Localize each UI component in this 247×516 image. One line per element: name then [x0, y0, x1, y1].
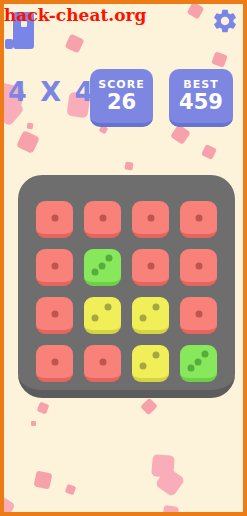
die-r3c3-yellow-2[interactable]: [132, 297, 169, 334]
die-pip: [147, 263, 154, 270]
die-r4c2-red-1[interactable]: [84, 345, 121, 382]
score-value: 26: [107, 91, 136, 114]
score-panel: SCORE 26: [90, 69, 153, 127]
confetti-square: [0, 494, 16, 516]
confetti-square: [27, 123, 34, 130]
confetti-square: [211, 51, 228, 68]
die-pip: [152, 303, 159, 310]
die-pip: [140, 363, 147, 370]
die-pip: [105, 255, 112, 262]
game-board[interactable]: [18, 175, 235, 398]
confetti-square: [34, 471, 53, 490]
die-pip: [98, 262, 105, 269]
confetti-square: [187, 2, 205, 20]
die-r2c2-green-3[interactable]: [84, 249, 121, 286]
confetti-square: [16, 130, 40, 154]
confetti-square: [31, 421, 36, 426]
die-pip: [99, 359, 106, 366]
die-pip: [99, 215, 106, 222]
confetti-square: [162, 505, 179, 516]
best-panel: BEST 459: [169, 69, 233, 127]
die-pip: [195, 263, 202, 270]
die-pip: [92, 315, 99, 322]
die-pip: [194, 358, 201, 365]
die-r2c3-red-1[interactable]: [132, 249, 169, 286]
grid-size-label: 4 X 4: [8, 76, 95, 107]
settings-button[interactable]: [211, 7, 239, 35]
die-pip: [51, 311, 58, 318]
die-pip: [91, 269, 98, 276]
die-r3c1-red-1[interactable]: [36, 297, 73, 334]
die-pip: [51, 215, 58, 222]
die-pip: [201, 351, 208, 358]
confetti-square: [124, 161, 133, 170]
die-r4c3-yellow-2[interactable]: [132, 345, 169, 382]
die-r4c4-green-3[interactable]: [180, 345, 217, 382]
die-r1c2-red-1[interactable]: [84, 201, 121, 238]
confetti-square: [37, 402, 50, 415]
die-pip: [140, 315, 147, 322]
gear-icon: [211, 7, 239, 35]
confetti-square: [65, 484, 77, 496]
die-r2c4-red-1[interactable]: [180, 249, 217, 286]
die-pip: [195, 215, 202, 222]
game-screen: hack-cheat.org 4 X 4 SCORE 26 BEST 459: [0, 0, 247, 516]
die-pip: [51, 359, 58, 366]
die-pip: [147, 215, 154, 222]
die-pip: [195, 311, 202, 318]
die-pip: [104, 303, 111, 310]
dice-grid[interactable]: [18, 175, 235, 382]
score-label: SCORE: [98, 78, 144, 91]
door-icon: [5, 39, 13, 49]
die-r4c1-red-1[interactable]: [36, 345, 73, 382]
die-r1c4-red-1[interactable]: [180, 201, 217, 238]
confetti-square: [170, 124, 191, 145]
best-label: BEST: [183, 78, 218, 91]
confetti-square: [140, 398, 158, 416]
die-pip: [152, 351, 159, 358]
watermark-text: hack-cheat.org: [4, 6, 146, 25]
best-value: 459: [179, 91, 223, 114]
die-r2c1-red-1[interactable]: [36, 249, 73, 286]
confetti-square: [65, 34, 85, 54]
die-r3c4-red-1[interactable]: [180, 297, 217, 334]
die-pip: [187, 365, 194, 372]
die-pip: [51, 263, 58, 270]
confetti-square: [201, 144, 217, 160]
die-r1c3-red-1[interactable]: [132, 201, 169, 238]
die-r3c2-yellow-2[interactable]: [84, 297, 121, 334]
die-r1c1-red-1[interactable]: [36, 201, 73, 238]
